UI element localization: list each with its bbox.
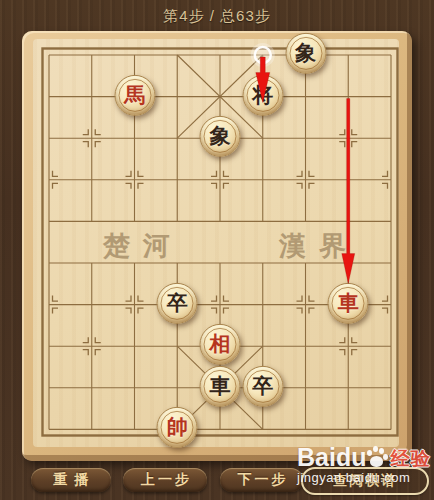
xiangqi-replay-screen: { "header": { "step_text": "第4步 / 总63步" … [0,0,434,500]
piece-red-elephant[interactable]: 相 [200,324,241,365]
piece-black-general[interactable]: 将 [242,74,283,115]
view-record-button[interactable]: 查阅棋谱 [301,467,429,495]
previous-step-button[interactable]: 上一步 [123,468,207,492]
piece-black-elephant[interactable]: 象 [285,33,326,74]
piece-red-general[interactable]: 帥 [157,407,198,448]
pieces-layer: 象馬将象卒車相車卒帥 [33,39,399,447]
next-step-button[interactable]: 下一步 [220,468,303,492]
piece-black-elephant[interactable]: 象 [200,116,241,157]
piece-black-pawn[interactable]: 卒 [242,366,283,407]
board-field: 楚河 漢界 象馬将象卒車相車卒帥 [33,39,399,447]
piece-black-pawn[interactable]: 卒 [157,282,198,323]
piece-red-chariot[interactable]: 車 [328,282,369,323]
xiangqi-board: 楚河 漢界 象馬将象卒車相車卒帥 [22,31,412,461]
replay-button[interactable]: 重播 [31,468,111,492]
piece-black-chariot[interactable]: 車 [200,366,241,407]
piece-red-horse[interactable]: 馬 [114,74,155,115]
move-counter: 第4步 / 总63步 [0,3,434,29]
